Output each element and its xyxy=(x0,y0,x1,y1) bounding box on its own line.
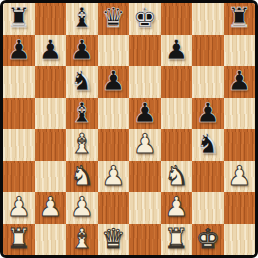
square-g1[interactable]: ♚ xyxy=(192,224,224,256)
square-f5[interactable] xyxy=(161,98,193,130)
piece-black-pawn[interactable]: ♟ xyxy=(227,67,251,94)
square-g4[interactable]: ♞ xyxy=(192,129,224,161)
square-e3[interactable] xyxy=(129,161,161,193)
square-h4[interactable] xyxy=(224,129,256,161)
square-e8[interactable]: ♚ xyxy=(129,3,161,35)
square-e7[interactable] xyxy=(129,35,161,67)
square-c1[interactable]: ♝ xyxy=(66,224,98,256)
square-h1[interactable] xyxy=(224,224,256,256)
square-d7[interactable] xyxy=(98,35,130,67)
square-b2[interactable]: ♟ xyxy=(35,192,67,224)
square-h7[interactable] xyxy=(224,35,256,67)
piece-black-pawn[interactable]: ♟ xyxy=(70,36,94,63)
square-a4[interactable] xyxy=(3,129,35,161)
piece-black-knight[interactable]: ♞ xyxy=(70,67,94,94)
square-b1[interactable] xyxy=(35,224,67,256)
square-g3[interactable] xyxy=(192,161,224,193)
square-d1[interactable]: ♛ xyxy=(98,224,130,256)
square-b8[interactable] xyxy=(35,3,67,35)
square-c5[interactable]: ♝ xyxy=(66,98,98,130)
piece-white-pawn[interactable]: ♟ xyxy=(38,193,62,220)
square-h2[interactable] xyxy=(224,192,256,224)
square-f1[interactable]: ♜ xyxy=(161,224,193,256)
square-f6[interactable] xyxy=(161,66,193,98)
square-c7[interactable]: ♟ xyxy=(66,35,98,67)
square-f3[interactable]: ♞ xyxy=(161,161,193,193)
piece-black-rook[interactable]: ♜ xyxy=(7,4,31,31)
square-c2[interactable]: ♟ xyxy=(66,192,98,224)
square-a3[interactable] xyxy=(3,161,35,193)
square-f8[interactable] xyxy=(161,3,193,35)
square-a2[interactable]: ♟ xyxy=(3,192,35,224)
piece-black-rook[interactable]: ♜ xyxy=(227,4,251,31)
piece-black-pawn[interactable]: ♟ xyxy=(38,36,62,63)
square-b7[interactable]: ♟ xyxy=(35,35,67,67)
square-f4[interactable] xyxy=(161,129,193,161)
piece-white-king[interactable]: ♚ xyxy=(196,225,220,252)
piece-black-king[interactable]: ♚ xyxy=(133,4,157,31)
piece-white-bishop[interactable]: ♝ xyxy=(70,130,94,157)
piece-white-pawn[interactable]: ♟ xyxy=(133,130,157,157)
piece-black-knight[interactable]: ♞ xyxy=(196,130,220,157)
square-d2[interactable] xyxy=(98,192,130,224)
square-e1[interactable] xyxy=(129,224,161,256)
piece-black-bishop[interactable]: ♝ xyxy=(70,4,94,31)
square-e2[interactable] xyxy=(129,192,161,224)
square-b3[interactable] xyxy=(35,161,67,193)
piece-white-knight[interactable]: ♞ xyxy=(70,162,94,189)
square-d5[interactable] xyxy=(98,98,130,130)
square-g7[interactable] xyxy=(192,35,224,67)
square-c6[interactable]: ♞ xyxy=(66,66,98,98)
piece-white-pawn[interactable]: ♟ xyxy=(70,193,94,220)
square-b6[interactable] xyxy=(35,66,67,98)
piece-black-pawn[interactable]: ♟ xyxy=(7,36,31,63)
piece-black-pawn[interactable]: ♟ xyxy=(133,99,157,126)
square-a8[interactable]: ♜ xyxy=(3,3,35,35)
square-c4[interactable]: ♝ xyxy=(66,129,98,161)
square-a5[interactable] xyxy=(3,98,35,130)
square-b4[interactable] xyxy=(35,129,67,161)
square-d6[interactable]: ♟ xyxy=(98,66,130,98)
square-a7[interactable]: ♟ xyxy=(3,35,35,67)
square-g8[interactable] xyxy=(192,3,224,35)
square-g2[interactable] xyxy=(192,192,224,224)
square-e5[interactable]: ♟ xyxy=(129,98,161,130)
piece-white-rook[interactable]: ♜ xyxy=(164,225,188,252)
piece-white-pawn[interactable]: ♟ xyxy=(164,193,188,220)
square-c8[interactable]: ♝ xyxy=(66,3,98,35)
square-g6[interactable] xyxy=(192,66,224,98)
square-c3[interactable]: ♞ xyxy=(66,161,98,193)
piece-white-pawn[interactable]: ♟ xyxy=(7,193,31,220)
piece-black-pawn[interactable]: ♟ xyxy=(196,99,220,126)
piece-white-bishop[interactable]: ♝ xyxy=(70,225,94,252)
square-e4[interactable]: ♟ xyxy=(129,129,161,161)
piece-white-queen[interactable]: ♛ xyxy=(101,225,125,252)
square-d8[interactable]: ♛ xyxy=(98,3,130,35)
square-a1[interactable]: ♜ xyxy=(3,224,35,256)
square-h5[interactable] xyxy=(224,98,256,130)
square-a6[interactable] xyxy=(3,66,35,98)
square-e6[interactable] xyxy=(129,66,161,98)
piece-white-pawn[interactable]: ♟ xyxy=(101,162,125,189)
piece-black-pawn[interactable]: ♟ xyxy=(164,36,188,63)
piece-white-pawn[interactable]: ♟ xyxy=(227,162,251,189)
square-h8[interactable]: ♜ xyxy=(224,3,256,35)
square-d3[interactable]: ♟ xyxy=(98,161,130,193)
piece-black-bishop[interactable]: ♝ xyxy=(70,99,94,126)
square-h6[interactable]: ♟ xyxy=(224,66,256,98)
square-f2[interactable]: ♟ xyxy=(161,192,193,224)
piece-black-queen[interactable]: ♛ xyxy=(101,4,125,31)
square-d4[interactable] xyxy=(98,129,130,161)
square-f7[interactable]: ♟ xyxy=(161,35,193,67)
piece-white-rook[interactable]: ♜ xyxy=(7,225,31,252)
piece-white-knight[interactable]: ♞ xyxy=(164,162,188,189)
square-h3[interactable]: ♟ xyxy=(224,161,256,193)
square-b5[interactable] xyxy=(35,98,67,130)
square-g5[interactable]: ♟ xyxy=(192,98,224,130)
chess-board: ♜♝♛♚♜♟♟♟♟♞♟♟♝♟♟♝♟♞♞♟♞♟♟♟♟♟♜♝♛♜♚ xyxy=(0,0,258,258)
piece-black-pawn[interactable]: ♟ xyxy=(101,67,125,94)
